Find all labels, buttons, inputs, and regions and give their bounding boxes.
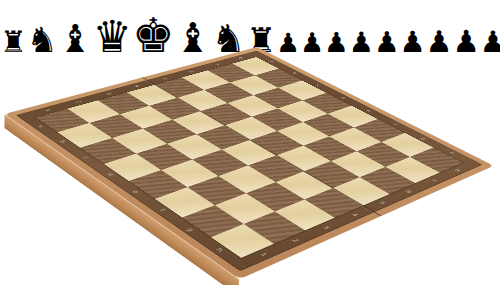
coord-rank-left-6: 6 [187, 70, 194, 73]
coord-file-bottom-a: a [36, 125, 45, 128]
square-g2 [215, 193, 275, 224]
square-f3 [218, 165, 275, 193]
coord-file-top-d: d [339, 96, 346, 99]
coord-rank-right-6: 6 [404, 190, 412, 194]
square-h3 [275, 199, 335, 230]
coord-rank-left-2: 2 [75, 100, 83, 103]
coord-rank-right-3: 3 [321, 225, 330, 230]
coord-file-top-h: h [448, 151, 456, 154]
square-c2 [112, 129, 167, 154]
coord-file-top-f: f [392, 123, 398, 125]
coord-rank-right-4: 4 [350, 213, 359, 217]
square-e4 [222, 140, 277, 165]
board-frame: aa88bb77cc66dd55ee44ff33gg22hh11 [16, 51, 483, 272]
coord-file-bottom-b: b [58, 140, 67, 144]
white-pawn-a2: ♟ [480, 25, 500, 59]
square-g3 [246, 182, 304, 211]
square-g4 [276, 171, 333, 199]
square-h4 [304, 188, 362, 218]
square-h1 [211, 224, 274, 258]
coord-rank-left-5: 5 [161, 77, 169, 80]
coord-rank-left-4: 4 [133, 85, 141, 88]
square-d2 [136, 144, 192, 170]
coord-file-bottom-f: f [158, 209, 166, 213]
coord-rank-right-1: 1 [259, 252, 269, 257]
coord-file-bottom-c: c [81, 156, 90, 160]
black-rook-a8: ♜ [0, 24, 27, 59]
coord-rank-right-2: 2 [291, 238, 300, 243]
coord-rank-right-8: 8 [453, 169, 461, 173]
square-g1 [182, 205, 244, 237]
coord-file-bottom-d: d [105, 172, 114, 176]
board-grid [36, 57, 463, 258]
square-g6 [331, 151, 385, 177]
square-f4 [248, 155, 304, 182]
coord-rank-right-7: 7 [429, 179, 437, 183]
square-c1 [80, 138, 136, 164]
square-e3 [192, 150, 248, 176]
square-b1 [57, 123, 112, 148]
coord-file-top-e: e [365, 109, 372, 112]
coord-file-bottom-h: h [215, 248, 225, 253]
coord-rank-left-3: 3 [105, 92, 113, 95]
square-h6 [360, 167, 416, 194]
coord-file-bottom-g: g [185, 227, 195, 232]
black-pawn-g7: ♟ [426, 24, 453, 59]
coord-rank-left-7: 7 [212, 63, 219, 66]
coord-rank-left-8: 8 [237, 57, 244, 60]
product-photo-stage: aa88bb77cc66dd55ee44ff33gg22hh11 ♜♞♝♛♚♝♞… [0, 0, 500, 285]
square-d3 [167, 134, 222, 159]
coord-rank-right-5: 5 [378, 201, 387, 205]
square-e2 [161, 160, 218, 188]
coord-rank-left-1: 1 [44, 109, 52, 112]
square-h2 [244, 211, 305, 243]
coord-file-top-g: g [420, 137, 428, 140]
black-pawn-h7: ♟ [452, 24, 479, 59]
chess-board: aa88bb77cc66dd55ee44ff33gg22hh11 [4, 47, 493, 279]
square-h7 [385, 157, 439, 183]
coord-file-bottom-e: e [131, 190, 140, 194]
coord-file-top-c: c [315, 84, 322, 87]
square-d1 [104, 154, 161, 181]
coord-file-top-b: b [291, 72, 298, 75]
square-e1 [129, 170, 188, 199]
square-f1 [155, 187, 215, 217]
chess-board-wrap: aa88bb77cc66dd55ee44ff33gg22hh11 [76, 0, 424, 285]
square-f5 [276, 146, 331, 172]
coord-file-top-a: a [268, 60, 275, 62]
square-f2 [187, 176, 246, 205]
black-knight-b8: ♞ [27, 20, 58, 60]
